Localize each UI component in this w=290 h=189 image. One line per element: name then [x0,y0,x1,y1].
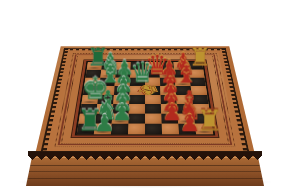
piece-shadow [137,86,164,96]
square-g2: ♞ [178,114,195,124]
green-pawn: ♟ [113,82,129,104]
square-g3: ♝ [177,104,194,114]
red-knight: ♞ [175,55,190,78]
red-pawn: ♟ [160,57,175,78]
square-b4 [97,95,114,104]
piece-shadow [78,130,94,134]
green-queen: ♛ [130,59,145,87]
square-e6 [145,78,160,86]
square-g6: ♝ [175,78,191,86]
square-a5 [83,86,100,95]
front-sawtooth-edge [28,152,262,160]
piece-shadow [197,130,213,134]
square-g4 [176,95,193,104]
square-e5: ♚ [145,86,161,95]
square-f5: ♟ [160,86,176,95]
square-b3: ♝ [96,104,113,114]
piece-shadow [97,110,112,113]
piece-shadow [113,110,128,113]
square-d4 [129,95,145,104]
square-f1 [162,124,179,135]
square-b1: ♟ [94,124,112,135]
red-bishop: ♝ [178,88,194,114]
square-b8: ♟ [101,62,116,70]
square-h5 [191,86,208,95]
square-a1: ♜ [77,124,95,135]
stamped-ornament-border: ♜♟♟♜♞♟♛♟♞♝♟♛♟♝♟♚♟♚♟♟♝♟♟♝♞♟♟♞♜♟♟♜ [52,53,238,149]
piece-shadow [96,120,111,123]
square-e4 [145,95,161,104]
green-pawn: ♟ [101,50,116,70]
square-d2 [128,114,145,124]
square-d3 [129,104,145,114]
piece-shadow [175,75,188,78]
piece-shadow [175,67,188,70]
red-bishop: ♝ [175,62,190,87]
square-g1: ♟ [178,124,196,135]
piece-shadow [88,67,101,70]
square-f7: ♟ [160,70,175,78]
piece-shadow [115,83,129,86]
piece-shadow [161,75,174,78]
square-h2 [194,114,212,124]
square-e2 [145,114,162,124]
red-queen: ♛ [145,51,160,78]
red-pawn: ♟ [161,82,177,104]
dentil-tooth-ring: ♜♟♟♜♞♟♛♟♞♝♟♛♟♝♟♚♟♚♟♟♝♟♟♝♞♟♟♞♜♟♟♜ [40,48,250,156]
square-b5 [98,86,114,95]
red-pawn: ♟ [161,92,177,115]
square-d6: ♛ [130,78,145,86]
piece-shadow [116,75,129,78]
green-pawn: ♟ [114,74,130,96]
red-rook: ♜ [189,45,204,70]
piece-shadow [161,83,175,86]
piece-shadow [114,100,128,103]
piece-shadow [146,75,159,78]
tooth-strip-left [40,48,69,156]
piece-shadow [178,110,193,113]
square-c8 [116,62,131,70]
square-c7: ♟ [115,70,130,78]
square-c1 [111,124,128,135]
piece-shadow [82,100,96,103]
piece-shadow [161,91,175,94]
piece-shadow [113,120,128,123]
square-f8 [159,62,174,70]
square-f2: ♟ [161,114,178,124]
square-f6: ♟ [160,78,176,86]
piece-shadow [131,83,144,86]
square-d1 [128,124,145,135]
box-front-face [26,157,264,186]
square-h8: ♜ [188,62,203,70]
piece-shadow [100,83,114,86]
board-top-surface: ♜♟♟♜♞♟♛♟♞♝♟♛♟♝♟♚♟♚♟♟♝♟♟♝♞♟♟♞♜♟♟♜ [34,46,256,159]
red-pawn: ♟ [174,50,189,70]
square-a3 [80,104,97,114]
piece-shadow [189,67,202,70]
square-d8 [130,62,145,70]
square-b6: ♝ [99,78,115,86]
piece-shadow [101,75,114,78]
square-e1 [145,124,162,135]
piece-shadow [162,100,176,103]
square-e8 [145,62,160,70]
green-king: ♚ [81,74,97,105]
square-g8: ♟ [174,62,189,70]
square-e3 [145,104,161,114]
square-a8: ♜ [87,62,102,70]
square-f4: ♟ [161,95,177,104]
square-a2 [78,114,96,124]
red-pawn: ♟ [160,65,175,86]
piece-shadow [179,120,194,123]
piece-shadow [102,67,115,70]
square-h3 [193,104,210,114]
green-pawn: ♟ [94,111,111,135]
square-h1: ♜ [195,124,213,135]
square-b2: ♞ [95,114,112,124]
square-g5 [175,86,191,95]
red-pawn: ♟ [162,101,179,124]
green-rook: ♜ [87,45,102,70]
green-pawn: ♟ [115,65,130,86]
green-pawn: ♟ [112,101,129,124]
product-photo: ♜♟♟♜♞♟♛♟♞♝♟♛♟♝♟♚♟♚♟♟♝♟♟♝♞♟♟♞♜♟♟♜ [0,0,290,189]
green-knight: ♞ [100,55,115,78]
piece-shadow [162,110,177,113]
playing-field: ♜♟♟♜♞♟♛♟♞♝♟♛♟♝♟♚♟♚♟♟♝♟♟♝♞♟♟♞♜♟♟♜ [75,61,216,135]
piece-shadow [162,120,177,123]
square-h6 [190,78,206,86]
green-bishop: ♝ [96,88,112,114]
green-knight: ♞ [95,98,112,124]
piece-shadow [115,91,129,94]
square-b7: ♞ [100,70,115,78]
square-c2: ♟ [112,114,129,124]
red-king-fallen: ♚ [133,81,164,99]
tooth-strip-top [64,48,227,50]
red-pawn: ♟ [161,74,177,96]
square-c5: ♟ [114,86,130,95]
square-h4 [192,95,209,104]
green-bishop: ♝ [99,62,114,87]
red-knight: ♞ [178,98,195,124]
piece-shadow [176,83,190,86]
square-g7: ♞ [174,70,189,78]
square-d7 [130,70,145,78]
tooth-strip-right [221,48,250,156]
green-pawn: ♟ [112,92,128,115]
outer-leather-rim: ♜♟♟♜♞♟♛♟♞♝♟♛♟♝♟♚♟♚♟♟♝♟♟♝♞♟♟♞♜♟♟♜ [34,46,256,159]
square-e7: ♛ [145,70,160,78]
green-rook: ♜ [77,105,94,134]
square-a4: ♚ [81,95,98,104]
chessboard-box: ♜♟♟♜♞♟♛♟♞♝♟♛♟♝♟♚♟♚♟♟♝♟♟♝♞♟♟♞♜♟♟♜ [34,0,256,189]
square-c3: ♟ [112,104,129,114]
square-f3: ♟ [161,104,178,114]
piece-shadow [180,130,195,134]
square-c6: ♟ [115,78,131,86]
square-a6 [84,78,100,86]
red-rook: ♜ [196,105,213,134]
square-c4: ♟ [113,95,129,104]
square-a7 [85,70,101,78]
piece-shadow [95,130,110,134]
square-h7 [189,70,205,78]
red-pawn: ♟ [179,111,196,135]
square-d5 [129,86,145,95]
green-pawn: ♟ [115,57,130,78]
